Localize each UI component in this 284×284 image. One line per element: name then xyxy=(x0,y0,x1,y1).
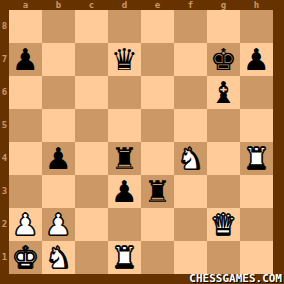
square-c7[interactable] xyxy=(75,43,108,76)
piece-white-knight[interactable]: ♞ xyxy=(45,241,72,274)
square-a1[interactable]: ♚ xyxy=(9,241,42,274)
square-e3[interactable]: ♜ xyxy=(141,175,174,208)
square-d7[interactable]: ♛ xyxy=(108,43,141,76)
square-a4[interactable] xyxy=(9,142,42,175)
piece-black-queen[interactable]: ♛ xyxy=(111,43,138,76)
square-b8[interactable] xyxy=(42,10,75,43)
piece-black-pawn[interactable]: ♟ xyxy=(12,43,39,76)
piece-white-knight[interactable]: ♞ xyxy=(177,142,204,175)
square-f1[interactable] xyxy=(174,241,207,274)
square-b3[interactable] xyxy=(42,175,75,208)
piece-black-bishop[interactable]: ♝ xyxy=(210,76,237,109)
file-label-f: f xyxy=(174,0,207,10)
piece-white-rook[interactable]: ♜ xyxy=(243,142,270,175)
square-d4[interactable]: ♜ xyxy=(108,142,141,175)
rank-label-7: 7 xyxy=(0,43,9,76)
square-f5[interactable] xyxy=(174,109,207,142)
square-d1[interactable]: ♜ xyxy=(108,241,141,274)
rank-label-3: 3 xyxy=(0,175,9,208)
file-labels: abcdefgh xyxy=(9,0,273,10)
piece-black-rook[interactable]: ♜ xyxy=(111,142,138,175)
file-label-a: a xyxy=(9,0,42,10)
square-e7[interactable] xyxy=(141,43,174,76)
square-c1[interactable] xyxy=(75,241,108,274)
square-h4[interactable]: ♜ xyxy=(240,142,273,175)
square-h5[interactable] xyxy=(240,109,273,142)
square-c2[interactable] xyxy=(75,208,108,241)
square-e8[interactable] xyxy=(141,10,174,43)
chess-board: ♟♛♚♟♝♟♜♞♜♟♜♟♟♛♚♞♜ xyxy=(9,10,273,274)
square-h8[interactable] xyxy=(240,10,273,43)
square-g5[interactable] xyxy=(207,109,240,142)
square-g7[interactable]: ♚ xyxy=(207,43,240,76)
square-d5[interactable] xyxy=(108,109,141,142)
square-d8[interactable] xyxy=(108,10,141,43)
rank-label-4: 4 xyxy=(0,142,9,175)
piece-black-king[interactable]: ♚ xyxy=(210,43,237,76)
square-c3[interactable] xyxy=(75,175,108,208)
square-h3[interactable] xyxy=(240,175,273,208)
file-label-c: c xyxy=(75,0,108,10)
square-f2[interactable] xyxy=(174,208,207,241)
rank-label-8: 8 xyxy=(0,10,9,43)
square-g4[interactable] xyxy=(207,142,240,175)
rank-labels: 87654321 xyxy=(0,10,9,274)
square-d3[interactable]: ♟ xyxy=(108,175,141,208)
square-g8[interactable] xyxy=(207,10,240,43)
square-e1[interactable] xyxy=(141,241,174,274)
square-b7[interactable] xyxy=(42,43,75,76)
square-a5[interactable] xyxy=(9,109,42,142)
square-g2[interactable]: ♛ xyxy=(207,208,240,241)
piece-white-pawn[interactable]: ♟ xyxy=(45,208,72,241)
piece-black-pawn[interactable]: ♟ xyxy=(243,43,270,76)
file-label-e: e xyxy=(141,0,174,10)
watermark: CHESSGAMES.COM xyxy=(189,273,282,284)
square-c5[interactable] xyxy=(75,109,108,142)
square-f7[interactable] xyxy=(174,43,207,76)
square-a2[interactable]: ♟ xyxy=(9,208,42,241)
square-f3[interactable] xyxy=(174,175,207,208)
square-b5[interactable] xyxy=(42,109,75,142)
piece-white-rook[interactable]: ♜ xyxy=(111,241,138,274)
square-e6[interactable] xyxy=(141,76,174,109)
square-c8[interactable] xyxy=(75,10,108,43)
square-g3[interactable] xyxy=(207,175,240,208)
square-b2[interactable]: ♟ xyxy=(42,208,75,241)
file-label-d: d xyxy=(108,0,141,10)
rank-label-1: 1 xyxy=(0,241,9,274)
square-e5[interactable] xyxy=(141,109,174,142)
square-c6[interactable] xyxy=(75,76,108,109)
piece-black-pawn[interactable]: ♟ xyxy=(45,142,72,175)
rank-label-6: 6 xyxy=(0,76,9,109)
piece-white-queen[interactable]: ♛ xyxy=(210,208,237,241)
piece-black-pawn[interactable]: ♟ xyxy=(111,175,138,208)
piece-white-king[interactable]: ♚ xyxy=(12,241,39,274)
square-h7[interactable]: ♟ xyxy=(240,43,273,76)
square-a8[interactable] xyxy=(9,10,42,43)
square-a3[interactable] xyxy=(9,175,42,208)
square-a7[interactable]: ♟ xyxy=(9,43,42,76)
square-d6[interactable] xyxy=(108,76,141,109)
chess-board-diagram: abcdefgh 87654321 ♟♛♚♟♝♟♜♞♜♟♜♟♟♛♚♞♜ CHES… xyxy=(0,0,284,284)
square-b1[interactable]: ♞ xyxy=(42,241,75,274)
square-a6[interactable] xyxy=(9,76,42,109)
piece-black-rook[interactable]: ♜ xyxy=(144,175,171,208)
square-h2[interactable] xyxy=(240,208,273,241)
square-c4[interactable] xyxy=(75,142,108,175)
square-g6[interactable]: ♝ xyxy=(207,76,240,109)
rank-label-2: 2 xyxy=(0,208,9,241)
square-f4[interactable]: ♞ xyxy=(174,142,207,175)
file-label-h: h xyxy=(240,0,273,10)
square-e2[interactable] xyxy=(141,208,174,241)
square-b6[interactable] xyxy=(42,76,75,109)
file-label-b: b xyxy=(42,0,75,10)
square-d2[interactable] xyxy=(108,208,141,241)
rank-label-5: 5 xyxy=(0,109,9,142)
square-e4[interactable] xyxy=(141,142,174,175)
file-label-g: g xyxy=(207,0,240,10)
square-g1[interactable] xyxy=(207,241,240,274)
square-f8[interactable] xyxy=(174,10,207,43)
square-h6[interactable] xyxy=(240,76,273,109)
square-h1[interactable] xyxy=(240,241,273,274)
square-f6[interactable] xyxy=(174,76,207,109)
piece-white-pawn[interactable]: ♟ xyxy=(12,208,39,241)
square-b4[interactable]: ♟ xyxy=(42,142,75,175)
